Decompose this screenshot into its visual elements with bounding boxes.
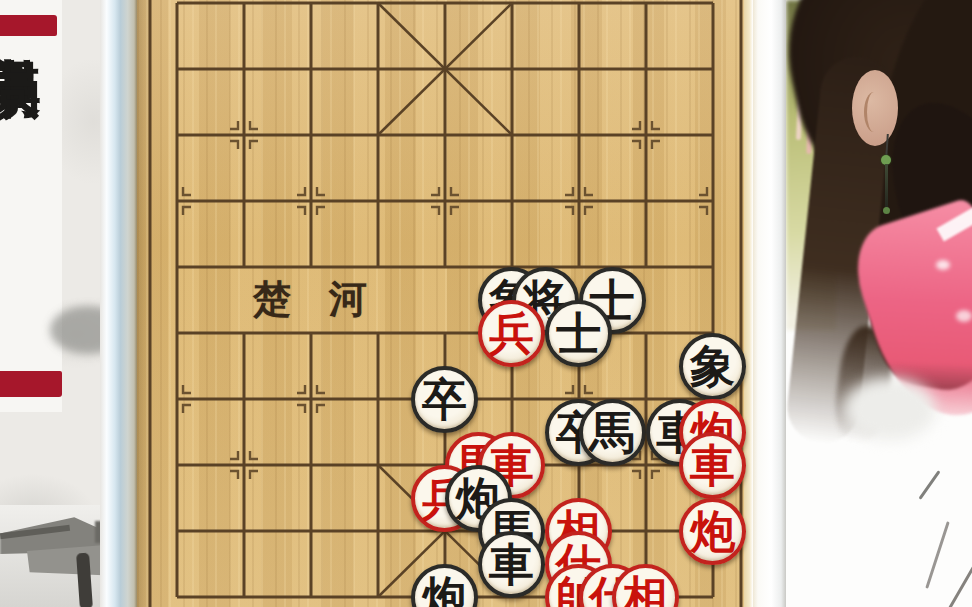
piece-red-c2[interactable]: 兵 [478, 300, 545, 367]
title-top-red-bar [0, 15, 57, 36]
decorative-girl-photo [786, 0, 972, 607]
girl-ear-inner [864, 92, 884, 132]
ink-stroke [925, 521, 949, 589]
ink-stroke [933, 561, 972, 607]
piece-red-i6[interactable]: 車 [679, 432, 746, 499]
window-glass-edge [100, 0, 137, 607]
screenshot-root: 象 棋 中 局 楚 河 漢 界 象将士兵士象卒卒馬車炮馬車車兵炮馬相炮車仕炮帥仕… [0, 0, 972, 607]
piece-black-c9[interactable]: 車 [478, 531, 545, 598]
dress-pattern-dot [956, 310, 972, 322]
piece-red-g10[interactable]: 相 [612, 564, 679, 607]
piece-red-i8[interactable]: 炮 [679, 498, 746, 565]
piece-grid: 象将士兵士象卒卒馬車炮馬車車兵炮馬相炮車仕炮帥仕相 [143, 0, 746, 607]
piece-black-a4[interactable]: 卒 [411, 366, 478, 433]
title-bottom-red-bar [0, 371, 62, 397]
piece-black-e2[interactable]: 士 [545, 300, 612, 367]
title-char-4: 局 [0, 53, 41, 126]
dress-pattern-dot [936, 260, 950, 270]
piece-black-f5[interactable]: 馬 [579, 399, 646, 466]
earring-jade-bead [883, 207, 890, 214]
photo-fade [844, 378, 936, 440]
left-sidebar: 象 棋 中 局 [0, 0, 110, 607]
piece-black-a10[interactable]: 炮 [411, 564, 478, 607]
right-window-edge [753, 0, 786, 607]
ink-stroke [919, 470, 941, 500]
piece-black-i3[interactable]: 象 [679, 333, 746, 400]
earring-tassel [885, 164, 888, 210]
